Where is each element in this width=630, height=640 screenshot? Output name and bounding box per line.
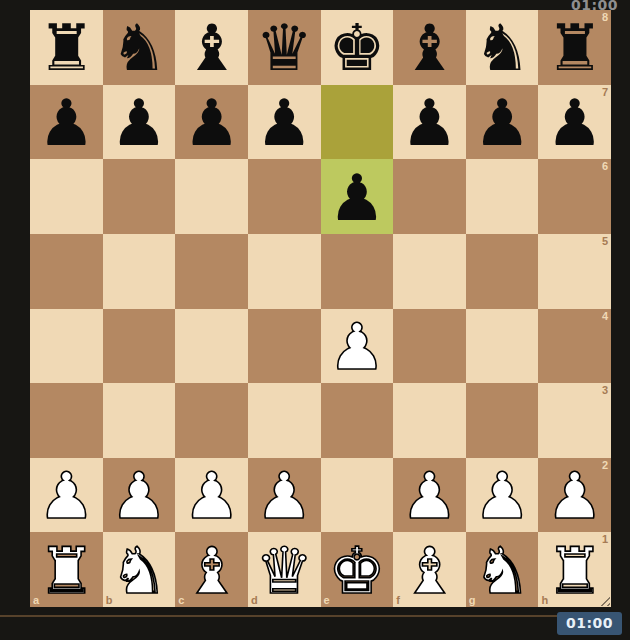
- square-f3[interactable]: [393, 383, 466, 458]
- rank-label-4: 4: [602, 310, 608, 322]
- square-d7[interactable]: ♟: [248, 85, 321, 160]
- piece-white-pawn[interactable]: ♟: [401, 464, 458, 528]
- square-g1[interactable]: ♞g: [466, 532, 539, 607]
- piece-white-pawn[interactable]: ♟: [256, 464, 313, 528]
- piece-white-bishop[interactable]: ♝: [183, 539, 240, 603]
- piece-black-rook[interactable]: ♜: [546, 16, 603, 80]
- square-d6[interactable]: [248, 159, 321, 234]
- square-h5[interactable]: 5: [538, 234, 611, 309]
- piece-black-pawn[interactable]: ♟: [328, 166, 385, 230]
- piece-black-bishop[interactable]: ♝: [183, 16, 240, 80]
- square-d2[interactable]: ♟: [248, 458, 321, 533]
- square-c6[interactable]: [175, 159, 248, 234]
- square-g8[interactable]: ♞: [466, 10, 539, 85]
- piece-black-pawn[interactable]: ♟: [256, 91, 313, 155]
- square-c8[interactable]: ♝: [175, 10, 248, 85]
- piece-black-pawn[interactable]: ♟: [183, 91, 240, 155]
- square-g4[interactable]: [466, 309, 539, 384]
- square-e7[interactable]: [321, 85, 394, 160]
- chess-board: ♜♞♝♛♚♝♞♜8♟♟♟♟♟♟♟7♟65♟43♟♟♟♟♟♟♟2♜a♞b♝c♛d♚…: [30, 10, 611, 607]
- square-a6[interactable]: [30, 159, 103, 234]
- piece-black-pawn[interactable]: ♟: [38, 91, 95, 155]
- rank-label-5: 5: [602, 235, 608, 247]
- file-label-f: f: [396, 594, 400, 606]
- square-g5[interactable]: [466, 234, 539, 309]
- piece-black-pawn[interactable]: ♟: [473, 91, 530, 155]
- square-e5[interactable]: [321, 234, 394, 309]
- square-a4[interactable]: [30, 309, 103, 384]
- piece-white-king[interactable]: ♚: [328, 539, 385, 603]
- square-h3[interactable]: 3: [538, 383, 611, 458]
- square-d8[interactable]: ♛: [248, 10, 321, 85]
- square-b8[interactable]: ♞: [103, 10, 176, 85]
- square-e1[interactable]: ♚e: [321, 532, 394, 607]
- square-e3[interactable]: [321, 383, 394, 458]
- square-g2[interactable]: ♟: [466, 458, 539, 533]
- square-b6[interactable]: [103, 159, 176, 234]
- piece-black-queen[interactable]: ♛: [256, 16, 313, 80]
- square-e8[interactable]: ♚: [321, 10, 394, 85]
- square-c7[interactable]: ♟: [175, 85, 248, 160]
- piece-black-knight[interactable]: ♞: [473, 16, 530, 80]
- square-f2[interactable]: ♟: [393, 458, 466, 533]
- square-e6[interactable]: ♟: [321, 159, 394, 234]
- square-c1[interactable]: ♝c: [175, 532, 248, 607]
- piece-white-knight[interactable]: ♞: [473, 539, 530, 603]
- square-b4[interactable]: [103, 309, 176, 384]
- game-screen: 01:00 ♜♞♝♛♚♝♞♜8♟♟♟♟♟♟♟7♟65♟43♟♟♟♟♟♟♟2♜a♞…: [0, 0, 630, 640]
- piece-white-pawn[interactable]: ♟: [38, 464, 95, 528]
- piece-black-pawn[interactable]: ♟: [546, 91, 603, 155]
- square-c4[interactable]: [175, 309, 248, 384]
- piece-white-pawn[interactable]: ♟: [183, 464, 240, 528]
- square-h8[interactable]: ♜8: [538, 10, 611, 85]
- square-g3[interactable]: [466, 383, 539, 458]
- square-d4[interactable]: [248, 309, 321, 384]
- square-f4[interactable]: [393, 309, 466, 384]
- square-h2[interactable]: ♟2: [538, 458, 611, 533]
- square-c2[interactable]: ♟: [175, 458, 248, 533]
- piece-black-knight[interactable]: ♞: [110, 16, 167, 80]
- square-c3[interactable]: [175, 383, 248, 458]
- square-h1[interactable]: ♜h1: [538, 532, 611, 607]
- square-a7[interactable]: ♟: [30, 85, 103, 160]
- square-c5[interactable]: [175, 234, 248, 309]
- square-b3[interactable]: [103, 383, 176, 458]
- square-h7[interactable]: ♟7: [538, 85, 611, 160]
- piece-white-rook[interactable]: ♜: [546, 539, 603, 603]
- square-g6[interactable]: [466, 159, 539, 234]
- square-e4[interactable]: ♟: [321, 309, 394, 384]
- square-a5[interactable]: [30, 234, 103, 309]
- piece-white-rook[interactable]: ♜: [38, 539, 95, 603]
- square-f8[interactable]: ♝: [393, 10, 466, 85]
- square-f7[interactable]: ♟: [393, 85, 466, 160]
- square-f1[interactable]: ♝f: [393, 532, 466, 607]
- square-a8[interactable]: ♜: [30, 10, 103, 85]
- square-d5[interactable]: [248, 234, 321, 309]
- piece-white-knight[interactable]: ♞: [110, 539, 167, 603]
- square-b1[interactable]: ♞b: [103, 532, 176, 607]
- piece-black-king[interactable]: ♚: [328, 16, 385, 80]
- square-g7[interactable]: ♟: [466, 85, 539, 160]
- piece-black-bishop[interactable]: ♝: [401, 16, 458, 80]
- square-h6[interactable]: 6: [538, 159, 611, 234]
- piece-white-pawn[interactable]: ♟: [546, 464, 603, 528]
- rank-label-6: 6: [602, 160, 608, 172]
- piece-white-queen[interactable]: ♛: [256, 539, 313, 603]
- square-d1[interactable]: ♛d: [248, 532, 321, 607]
- board-bottom-edge: [0, 615, 562, 617]
- square-b2[interactable]: ♟: [103, 458, 176, 533]
- piece-black-pawn[interactable]: ♟: [401, 91, 458, 155]
- square-a2[interactable]: ♟: [30, 458, 103, 533]
- square-b7[interactable]: ♟: [103, 85, 176, 160]
- piece-black-rook[interactable]: ♜: [38, 16, 95, 80]
- square-a1[interactable]: ♜a: [30, 532, 103, 607]
- square-d3[interactable]: [248, 383, 321, 458]
- square-f6[interactable]: [393, 159, 466, 234]
- square-e2[interactable]: [321, 458, 394, 533]
- piece-white-bishop[interactable]: ♝: [401, 539, 458, 603]
- rank-label-3: 3: [602, 384, 608, 396]
- piece-white-pawn[interactable]: ♟: [110, 464, 167, 528]
- player-clock-active: 01:00: [557, 612, 622, 635]
- piece-white-pawn[interactable]: ♟: [328, 315, 385, 379]
- piece-black-pawn[interactable]: ♟: [110, 91, 167, 155]
- square-f5[interactable]: [393, 234, 466, 309]
- square-a3[interactable]: [30, 383, 103, 458]
- piece-white-pawn[interactable]: ♟: [473, 464, 530, 528]
- square-b5[interactable]: [103, 234, 176, 309]
- square-h4[interactable]: 4: [538, 309, 611, 384]
